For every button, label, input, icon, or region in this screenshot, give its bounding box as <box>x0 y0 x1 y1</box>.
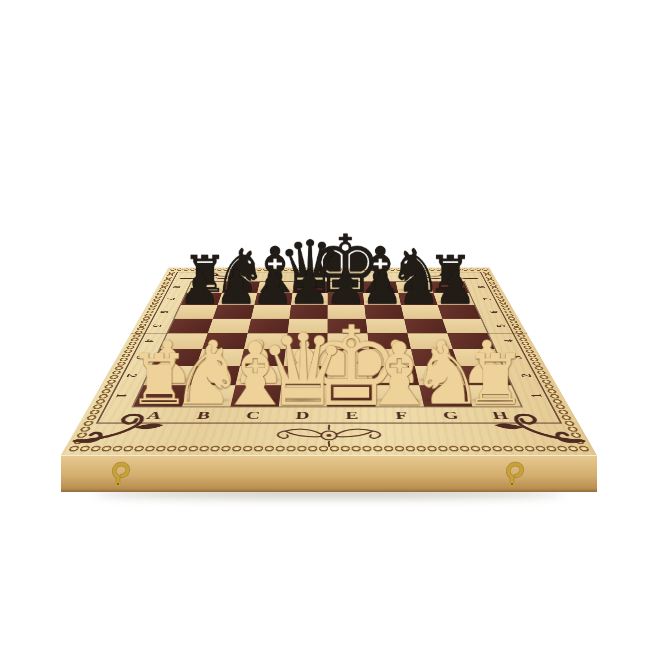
box-front-face <box>61 455 597 492</box>
center-emblem <box>260 425 398 447</box>
file-label-b: B <box>177 409 230 422</box>
rank-label-right-6: 6 <box>485 309 504 315</box>
file-label-f: F <box>376 409 428 422</box>
chess-box-case: ABCDEFGH ABCDEFGH 1122334455667788 <box>61 268 597 455</box>
file-label-h: H <box>473 409 528 422</box>
file-labels-front: ABCDEFGH <box>126 409 527 422</box>
file-label-g: G <box>425 409 478 422</box>
square-b6[interactable] <box>213 305 254 318</box>
file-label-c: C <box>227 409 279 422</box>
rank-label-left-6: 6 <box>155 309 174 315</box>
file-label-a: A <box>126 409 181 422</box>
file-label-e: E <box>327 409 377 422</box>
file-label-d: D <box>277 409 327 422</box>
square-a6[interactable] <box>175 305 218 318</box>
brass-latch-left-icon <box>111 461 131 487</box>
perspective-container: ABCDEFGH ABCDEFGH 1122334455667788 <box>0 0 658 658</box>
product-photo-scene: ABCDEFGH ABCDEFGH 1122334455667788 <box>0 0 658 658</box>
square-h6[interactable] <box>438 305 481 318</box>
brass-latch-right-icon <box>505 461 525 487</box>
